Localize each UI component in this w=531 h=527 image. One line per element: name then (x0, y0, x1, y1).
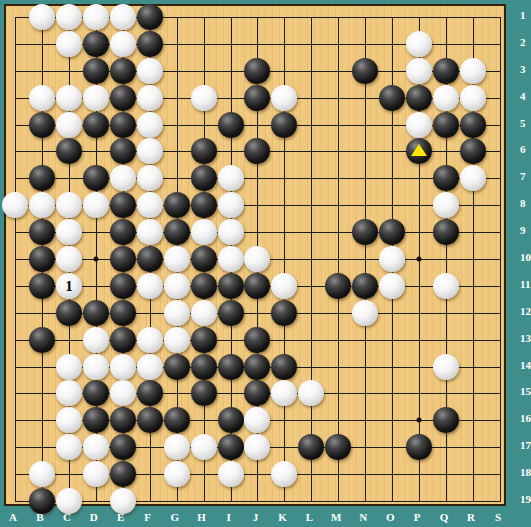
column-label: Q (440, 511, 449, 523)
black-stone[interactable] (83, 380, 109, 406)
grid-line (365, 17, 366, 502)
black-stone[interactable] (325, 434, 351, 460)
white-stone[interactable] (137, 327, 163, 353)
black-stone[interactable] (191, 246, 217, 272)
black-stone[interactable] (244, 58, 270, 84)
row-label: 10 (520, 251, 531, 263)
white-stone[interactable] (271, 85, 297, 111)
column-label: P (414, 511, 421, 523)
white-stone[interactable] (218, 165, 244, 191)
column-label: L (306, 511, 313, 523)
white-stone[interactable] (29, 85, 55, 111)
black-stone[interactable] (244, 138, 270, 164)
white-stone[interactable] (406, 31, 432, 57)
black-stone[interactable] (83, 58, 109, 84)
white-stone[interactable] (191, 219, 217, 245)
row-label: 1 (520, 9, 526, 21)
white-stone[interactable] (83, 354, 109, 380)
column-label: D (90, 511, 98, 523)
row-label: 15 (520, 385, 531, 397)
white-stone[interactable] (352, 300, 378, 326)
column-label: R (467, 511, 475, 523)
black-stone[interactable] (29, 165, 55, 191)
black-stone[interactable] (433, 165, 459, 191)
black-stone[interactable] (137, 246, 163, 272)
star-point (93, 257, 98, 262)
white-stone[interactable] (110, 380, 136, 406)
column-label: B (36, 511, 43, 523)
star-point (417, 418, 422, 423)
black-stone[interactable] (244, 380, 270, 406)
row-label: 13 (520, 332, 531, 344)
black-stone[interactable] (164, 192, 190, 218)
white-stone[interactable] (110, 354, 136, 380)
row-label: 4 (520, 90, 526, 102)
black-stone[interactable] (244, 327, 270, 353)
black-stone[interactable] (110, 192, 136, 218)
black-stone[interactable] (83, 407, 109, 433)
black-stone[interactable] (29, 219, 55, 245)
column-label: O (386, 511, 395, 523)
black-stone[interactable] (29, 112, 55, 138)
white-stone[interactable] (218, 461, 244, 487)
black-stone[interactable] (433, 58, 459, 84)
white-stone[interactable] (164, 327, 190, 353)
black-stone[interactable] (110, 112, 136, 138)
grid-line (338, 17, 339, 502)
white-stone[interactable] (56, 192, 82, 218)
white-stone[interactable] (218, 246, 244, 272)
row-label: 16 (520, 412, 531, 424)
column-label: K (278, 511, 287, 523)
white-stone[interactable] (244, 434, 270, 460)
column-label: I (226, 511, 230, 523)
black-stone[interactable] (29, 246, 55, 272)
black-stone[interactable] (325, 273, 351, 299)
white-stone[interactable] (29, 4, 55, 30)
grid-line (15, 501, 501, 502)
white-stone[interactable] (29, 192, 55, 218)
black-stone[interactable] (244, 354, 270, 380)
row-label: 2 (520, 36, 526, 48)
black-stone[interactable] (110, 407, 136, 433)
black-stone[interactable] (352, 219, 378, 245)
column-label: H (197, 511, 206, 523)
black-stone[interactable] (433, 219, 459, 245)
white-stone[interactable] (29, 461, 55, 487)
white-stone[interactable] (218, 192, 244, 218)
black-stone[interactable] (29, 327, 55, 353)
white-stone[interactable] (56, 246, 82, 272)
black-stone[interactable] (271, 112, 297, 138)
black-stone[interactable] (110, 58, 136, 84)
white-stone[interactable] (244, 407, 270, 433)
white-stone[interactable] (218, 219, 244, 245)
row-label: 3 (520, 63, 526, 75)
white-stone[interactable] (2, 192, 28, 218)
black-stone[interactable] (218, 407, 244, 433)
white-stone[interactable] (83, 327, 109, 353)
column-label: S (495, 511, 501, 523)
black-stone[interactable] (110, 300, 136, 326)
white-stone[interactable] (83, 461, 109, 487)
black-stone[interactable] (406, 434, 432, 460)
black-stone[interactable] (379, 219, 405, 245)
black-stone[interactable] (191, 273, 217, 299)
white-stone[interactable] (406, 112, 432, 138)
column-label: N (359, 511, 367, 523)
row-label: 8 (520, 197, 526, 209)
grid-line (311, 17, 312, 502)
white-stone[interactable] (137, 192, 163, 218)
black-stone[interactable] (352, 58, 378, 84)
black-stone[interactable] (379, 85, 405, 111)
white-stone[interactable] (460, 58, 486, 84)
white-stone[interactable] (110, 31, 136, 57)
row-label: 5 (520, 117, 526, 129)
white-stone[interactable] (433, 85, 459, 111)
white-stone[interactable] (56, 112, 82, 138)
column-label: M (331, 511, 341, 523)
white-stone[interactable] (460, 165, 486, 191)
white-stone[interactable] (191, 300, 217, 326)
row-label: 17 (520, 439, 531, 451)
star-point (417, 257, 422, 262)
white-stone[interactable] (137, 138, 163, 164)
black-stone[interactable] (83, 112, 109, 138)
black-stone[interactable] (56, 138, 82, 164)
white-stone[interactable] (83, 4, 109, 30)
black-stone[interactable] (110, 273, 136, 299)
black-stone[interactable] (110, 219, 136, 245)
white-stone[interactable] (56, 85, 82, 111)
black-stone[interactable] (110, 85, 136, 111)
column-label: A (9, 511, 17, 523)
white-stone[interactable] (137, 58, 163, 84)
black-stone[interactable] (271, 354, 297, 380)
black-stone[interactable] (460, 138, 486, 164)
white-stone[interactable] (379, 246, 405, 272)
black-stone[interactable] (244, 273, 270, 299)
black-stone[interactable] (83, 300, 109, 326)
black-stone[interactable] (164, 407, 190, 433)
white-stone[interactable] (191, 85, 217, 111)
black-stone[interactable] (218, 273, 244, 299)
black-stone[interactable] (218, 434, 244, 460)
white-stone[interactable] (460, 85, 486, 111)
white-stone[interactable] (56, 434, 82, 460)
grid-line (500, 17, 501, 502)
white-stone[interactable] (298, 380, 324, 406)
white-stone[interactable] (191, 434, 217, 460)
black-stone[interactable] (191, 327, 217, 353)
row-label: 18 (520, 466, 531, 478)
white-stone[interactable] (137, 85, 163, 111)
black-stone[interactable] (218, 354, 244, 380)
white-stone[interactable] (56, 31, 82, 57)
white-stone[interactable] (137, 354, 163, 380)
black-stone[interactable] (29, 273, 55, 299)
black-stone[interactable] (137, 4, 163, 30)
white-stone[interactable] (83, 85, 109, 111)
black-stone[interactable] (110, 138, 136, 164)
black-stone[interactable] (137, 380, 163, 406)
white-stone[interactable] (56, 354, 82, 380)
go-game-screenshot: 1 ABCDEFGHIJKLMNOPQRS1234567891011121314… (0, 0, 531, 527)
black-stone[interactable] (298, 434, 324, 460)
column-label: G (170, 511, 179, 523)
black-stone[interactable] (352, 273, 378, 299)
white-stone[interactable] (271, 273, 297, 299)
white-stone[interactable] (433, 192, 459, 218)
black-stone[interactable] (137, 407, 163, 433)
black-stone[interactable] (137, 31, 163, 57)
black-stone[interactable] (271, 300, 297, 326)
white-stone[interactable] (137, 165, 163, 191)
white-stone[interactable] (137, 219, 163, 245)
white-stone[interactable] (406, 58, 432, 84)
black-stone[interactable] (406, 85, 432, 111)
black-stone[interactable] (433, 407, 459, 433)
row-label: 12 (520, 305, 531, 317)
row-label: 11 (520, 278, 530, 290)
column-label: C (63, 511, 71, 523)
black-stone[interactable] (83, 165, 109, 191)
move-number-label: 1 (65, 278, 73, 293)
black-stone[interactable] (191, 354, 217, 380)
white-stone[interactable] (56, 380, 82, 406)
black-stone[interactable] (460, 112, 486, 138)
black-stone[interactable] (56, 300, 82, 326)
black-stone[interactable] (83, 31, 109, 57)
black-stone[interactable] (191, 380, 217, 406)
black-stone[interactable] (110, 246, 136, 272)
black-stone[interactable] (433, 112, 459, 138)
white-stone[interactable] (271, 461, 297, 487)
black-stone[interactable] (110, 327, 136, 353)
row-label: 6 (520, 143, 526, 155)
black-stone[interactable] (218, 300, 244, 326)
white-stone[interactable] (56, 219, 82, 245)
black-stone[interactable] (164, 219, 190, 245)
white-stone[interactable] (83, 192, 109, 218)
white-stone[interactable] (164, 273, 190, 299)
white-stone[interactable] (271, 380, 297, 406)
black-stone[interactable] (244, 85, 270, 111)
white-stone[interactable] (244, 246, 270, 272)
white-stone[interactable] (83, 434, 109, 460)
row-label: 7 (520, 170, 526, 182)
white-stone[interactable] (110, 165, 136, 191)
white-stone[interactable] (433, 354, 459, 380)
column-label: J (253, 511, 259, 523)
row-label: 14 (520, 359, 531, 371)
white-stone[interactable] (164, 434, 190, 460)
row-label: 9 (520, 224, 526, 236)
go-board[interactable]: 1 (4, 4, 506, 506)
column-label: F (144, 511, 151, 523)
black-stone[interactable] (191, 192, 217, 218)
black-stone[interactable] (164, 354, 190, 380)
black-stone[interactable] (218, 112, 244, 138)
white-stone[interactable] (56, 4, 82, 30)
black-stone[interactable] (191, 138, 217, 164)
column-label: E (117, 511, 124, 523)
white-stone[interactable] (433, 273, 459, 299)
row-label: 19 (520, 493, 531, 505)
white-stone[interactable] (379, 273, 405, 299)
white-stone[interactable] (56, 407, 82, 433)
white-stone[interactable] (137, 112, 163, 138)
black-stone[interactable] (110, 434, 136, 460)
white-stone[interactable] (164, 461, 190, 487)
white-stone[interactable] (164, 300, 190, 326)
white-stone[interactable] (137, 273, 163, 299)
grid-line (15, 232, 501, 233)
white-stone[interactable] (110, 4, 136, 30)
black-stone[interactable] (191, 165, 217, 191)
triangle-marker (411, 144, 427, 156)
black-stone[interactable] (110, 461, 136, 487)
white-stone[interactable] (164, 246, 190, 272)
